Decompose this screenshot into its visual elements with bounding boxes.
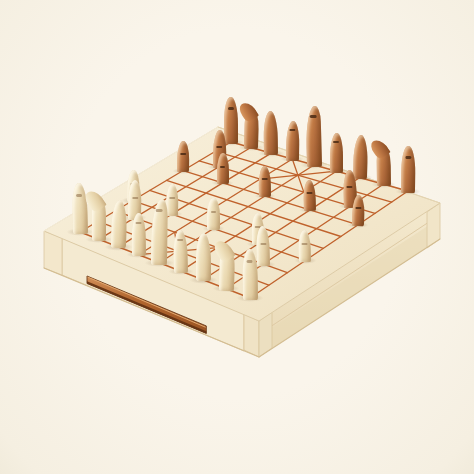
- xiangqi-set-photo: [0, 0, 474, 474]
